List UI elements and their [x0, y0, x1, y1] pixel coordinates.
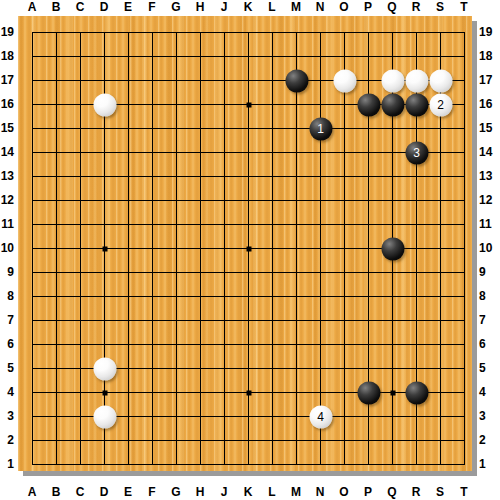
coord-label-bottom-A: A [20, 485, 44, 499]
stone-black-Q16[interactable] [381, 93, 404, 116]
stone-black-P16[interactable] [357, 93, 380, 116]
coord-label-right-9: 9 [479, 265, 486, 279]
coord-label-right-11: 11 [479, 217, 492, 231]
move-number: 3 [405, 141, 428, 164]
coord-label-bottom-O: O [332, 485, 356, 499]
coord-label-left-18: 18 [0, 49, 14, 63]
coord-label-left-6: 6 [0, 337, 14, 351]
coord-label-top-T: T [452, 0, 476, 14]
stone-black-P4[interactable] [357, 381, 380, 404]
coord-label-bottom-D: D [92, 485, 116, 499]
coord-label-right-3: 3 [479, 409, 486, 423]
coord-label-right-7: 7 [479, 313, 486, 327]
grid-line-vertical [152, 32, 153, 465]
grid-line-vertical [128, 32, 129, 465]
coord-label-left-17: 17 [0, 73, 14, 87]
grid-line-vertical [272, 32, 273, 465]
move-number: 1 [309, 117, 332, 140]
coord-label-top-A: A [20, 0, 44, 14]
coord-label-right-4: 4 [479, 385, 486, 399]
star-point [246, 102, 251, 107]
coord-label-left-9: 9 [0, 265, 14, 279]
stone-white-D5[interactable] [93, 357, 116, 380]
coord-label-right-15: 15 [479, 121, 492, 135]
coord-label-top-P: P [356, 0, 380, 14]
stone-black-M17[interactable] [285, 69, 308, 92]
coord-label-top-H: H [188, 0, 212, 14]
coord-label-left-15: 15 [0, 121, 14, 135]
coord-label-right-1: 1 [479, 457, 486, 471]
coord-label-right-16: 16 [479, 97, 492, 111]
coord-label-right-18: 18 [479, 49, 492, 63]
coord-label-left-1: 1 [0, 457, 14, 471]
coord-label-bottom-F: F [140, 485, 164, 499]
grid-line-vertical [344, 32, 345, 465]
coord-label-right-6: 6 [479, 337, 486, 351]
coord-label-top-J: J [212, 0, 236, 14]
coord-label-top-O: O [332, 0, 356, 14]
move-number: 4 [309, 405, 332, 428]
stone-black-R16[interactable] [405, 93, 428, 116]
grid-line-vertical [320, 32, 321, 465]
coord-label-bottom-E: E [116, 485, 140, 499]
coord-label-left-16: 16 [0, 97, 14, 111]
coord-label-bottom-Q: Q [380, 485, 404, 499]
stone-white-S17[interactable] [429, 69, 452, 92]
coord-label-left-13: 13 [0, 169, 14, 183]
coord-label-bottom-K: K [236, 485, 260, 499]
stone-white-R17[interactable] [405, 69, 428, 92]
grid-line-vertical [32, 32, 33, 465]
stone-white-N3[interactable]: 4 [309, 405, 332, 428]
stone-black-Q10[interactable] [381, 237, 404, 260]
coord-label-top-L: L [260, 0, 284, 14]
stone-black-R4[interactable] [405, 381, 428, 404]
coord-label-bottom-C: C [68, 485, 92, 499]
star-point [390, 390, 395, 395]
coord-label-right-12: 12 [479, 193, 492, 207]
grid-line-vertical [464, 32, 465, 465]
stone-white-O17[interactable] [333, 69, 356, 92]
stone-white-D16[interactable] [93, 93, 116, 116]
coord-label-bottom-G: G [164, 485, 188, 499]
coord-label-top-G: G [164, 0, 188, 14]
coord-label-right-2: 2 [479, 433, 486, 447]
coord-label-bottom-R: R [404, 485, 428, 499]
coord-label-right-13: 13 [479, 169, 492, 183]
coord-label-bottom-P: P [356, 485, 380, 499]
go-board[interactable] [18, 16, 472, 471]
coord-label-bottom-L: L [260, 485, 284, 499]
coord-label-top-F: F [140, 0, 164, 14]
go-game-page: AABBCCDDEEFFGGHHJJKKLLMMNNOOPPQQRRSSTT19… [0, 0, 500, 500]
coord-label-right-17: 17 [479, 73, 492, 87]
coord-label-top-E: E [116, 0, 140, 14]
grid-line-vertical [80, 32, 81, 465]
grid-line-vertical [200, 32, 201, 465]
coord-label-right-19: 19 [479, 25, 492, 39]
grid-line-vertical [224, 32, 225, 465]
coord-label-top-R: R [404, 0, 428, 14]
coord-label-top-D: D [92, 0, 116, 14]
grid-line-vertical [56, 32, 57, 465]
coord-label-top-K: K [236, 0, 260, 14]
coord-label-left-14: 14 [0, 145, 14, 159]
coord-label-left-19: 19 [0, 25, 14, 39]
coord-label-top-N: N [308, 0, 332, 14]
coord-label-right-14: 14 [479, 145, 492, 159]
coord-label-left-5: 5 [0, 361, 14, 375]
stone-white-Q17[interactable] [381, 69, 404, 92]
move-number: 2 [429, 93, 452, 116]
grid-line-vertical [296, 32, 297, 465]
star-point [246, 390, 251, 395]
coord-label-right-10: 10 [479, 241, 492, 255]
coord-label-bottom-S: S [428, 485, 452, 499]
coord-label-right-8: 8 [479, 289, 486, 303]
coord-label-bottom-H: H [188, 485, 212, 499]
coord-label-left-4: 4 [0, 385, 14, 399]
coord-label-left-12: 12 [0, 193, 14, 207]
coord-label-left-10: 10 [0, 241, 14, 255]
grid-line-vertical [176, 32, 177, 465]
stone-white-S16[interactable]: 2 [429, 93, 452, 116]
coord-label-bottom-M: M [284, 485, 308, 499]
stone-black-N15[interactable]: 1 [309, 117, 332, 140]
coord-label-top-C: C [68, 0, 92, 14]
star-point [102, 246, 107, 251]
coord-label-top-Q: Q [380, 0, 404, 14]
stone-white-D3[interactable] [93, 405, 116, 428]
star-point [246, 246, 251, 251]
coord-label-bottom-T: T [452, 485, 476, 499]
star-point [102, 390, 107, 395]
coord-label-top-S: S [428, 0, 452, 14]
coord-label-left-7: 7 [0, 313, 14, 327]
coord-label-left-2: 2 [0, 433, 14, 447]
coord-label-left-11: 11 [0, 217, 14, 231]
coord-label-top-B: B [44, 0, 68, 14]
stone-black-R14[interactable]: 3 [405, 141, 428, 164]
coord-label-left-8: 8 [0, 289, 14, 303]
coord-label-right-5: 5 [479, 361, 486, 375]
coord-label-bottom-B: B [44, 485, 68, 499]
coord-label-top-M: M [284, 0, 308, 14]
coord-label-left-3: 3 [0, 409, 14, 423]
coord-label-bottom-N: N [308, 485, 332, 499]
coord-label-bottom-J: J [212, 485, 236, 499]
